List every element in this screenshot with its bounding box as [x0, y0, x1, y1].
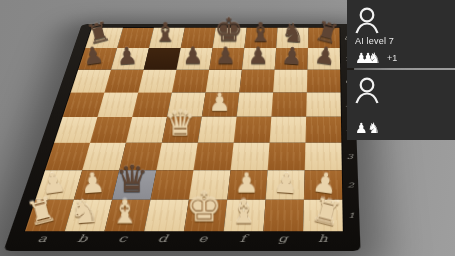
square-c4[interactable] — [126, 117, 167, 143]
board-grid: ♜♝♚♝♞♜♟♟♟♟♟♟♟♟♛♟♟♛♟♟♟♜♞♝♚♝♜ — [25, 28, 343, 232]
square-e4[interactable] — [198, 117, 237, 143]
black-pawn[interactable]: ♟ — [177, 44, 210, 67]
file-label-a: a — [19, 233, 64, 250]
square-g4[interactable] — [270, 117, 307, 143]
square-a4[interactable] — [54, 117, 97, 143]
chess-app-window: ♜♝♚♝♞♜♟♟♟♟♟♟♟♟♛♟♟♛♟♟♟♜♞♝♚♝♜ abcdefgh 876… — [0, 0, 455, 256]
black-pawn[interactable]: ♟ — [308, 42, 344, 70]
player-captured-tray: ♟♞ — [355, 120, 455, 136]
person-icon — [355, 76, 379, 104]
players-sidebar: AI level 7 ♟♟♞ +1 ♟♞ — [347, 0, 455, 140]
white-bishop[interactable]: ♝ — [224, 196, 264, 229]
square-d4[interactable]: ♛ — [162, 117, 202, 143]
square-e7[interactable]: ♟ — [209, 48, 244, 70]
square-h3[interactable] — [305, 143, 342, 171]
player-panel[interactable]: ♟♞ — [347, 70, 455, 140]
square-b7[interactable]: ♟ — [111, 48, 149, 70]
white-rook[interactable]: ♜ — [18, 192, 65, 234]
opponent-name: AI level 7 — [355, 36, 455, 46]
square-f6[interactable] — [239, 70, 274, 93]
white-pawn[interactable]: ♟ — [266, 168, 306, 198]
white-rook[interactable]: ♜ — [304, 192, 351, 234]
square-g2[interactable]: ♟ — [266, 170, 305, 199]
file-label-b: b — [60, 233, 105, 250]
white-knight[interactable]: ♞ — [63, 194, 105, 229]
opponent-panel[interactable]: AI level 7 ♟♟♞ +1 — [347, 0, 455, 68]
square-e1[interactable]: ♚ — [184, 200, 227, 232]
black-pawn[interactable]: ♟ — [275, 43, 309, 69]
square-h6[interactable] — [307, 70, 341, 93]
square-f7[interactable]: ♟ — [242, 48, 276, 70]
file-label-h: h — [303, 233, 344, 250]
opponent-captured-tray: ♟♟♞ +1 — [355, 50, 455, 66]
white-pawn[interactable]: ♟ — [202, 90, 237, 115]
square-d3[interactable] — [156, 143, 197, 171]
square-d1[interactable] — [144, 200, 189, 232]
white-bishop[interactable]: ♝ — [105, 196, 145, 229]
square-b4[interactable] — [90, 117, 132, 143]
white-king[interactable]: ♚ — [184, 188, 224, 229]
square-d7[interactable]: ♟ — [176, 48, 212, 70]
square-f5[interactable] — [237, 93, 273, 117]
chess-board: ♜♝♚♝♞♜♟♟♟♟♟♟♟♟♛♟♟♛♟♟♟♜♞♝♚♝♜ abcdefgh 876… — [3, 24, 360, 251]
square-f1[interactable]: ♝ — [224, 200, 266, 232]
square-f3[interactable] — [231, 143, 270, 171]
square-g1[interactable] — [263, 200, 304, 232]
black-bishop[interactable]: ♝ — [149, 20, 181, 46]
file-label-d: d — [141, 233, 184, 250]
black-pawn[interactable]: ♟ — [76, 42, 112, 70]
file-label-c: c — [100, 233, 144, 250]
black-pawn[interactable]: ♟ — [209, 44, 242, 67]
white-queen[interactable]: ♛ — [162, 106, 198, 141]
black-pawn[interactable]: ♟ — [242, 44, 275, 67]
rank-label-3: 3 — [342, 143, 357, 171]
black-king[interactable]: ♚ — [213, 14, 245, 47]
file-labels: abcdefgh — [19, 233, 343, 250]
square-h7[interactable]: ♟ — [307, 48, 340, 70]
file-label-f: f — [222, 233, 264, 250]
square-a3[interactable] — [45, 143, 90, 171]
file-label-e: e — [181, 233, 223, 250]
captured-pieces-icons: ♟♞ — [355, 121, 380, 135]
black-pawn[interactable]: ♟ — [110, 43, 144, 69]
material-score: +1 — [387, 53, 397, 63]
square-g6[interactable] — [273, 70, 307, 93]
square-g3[interactable] — [268, 143, 306, 171]
square-e3[interactable] — [193, 143, 233, 171]
square-h1[interactable]: ♜ — [303, 200, 343, 232]
captured-pieces-icons: ♟♟♞ — [355, 51, 381, 65]
person-icon — [355, 6, 379, 34]
square-c7[interactable] — [144, 48, 181, 70]
square-e5[interactable]: ♟ — [202, 93, 240, 117]
file-label-g: g — [262, 233, 303, 250]
square-g5[interactable] — [271, 93, 306, 117]
square-h5[interactable] — [306, 93, 341, 117]
square-h4[interactable] — [305, 117, 341, 143]
square-g7[interactable]: ♟ — [275, 48, 308, 70]
square-c1[interactable]: ♝ — [104, 200, 150, 232]
square-f4[interactable] — [234, 117, 272, 143]
square-c6[interactable] — [138, 70, 176, 93]
